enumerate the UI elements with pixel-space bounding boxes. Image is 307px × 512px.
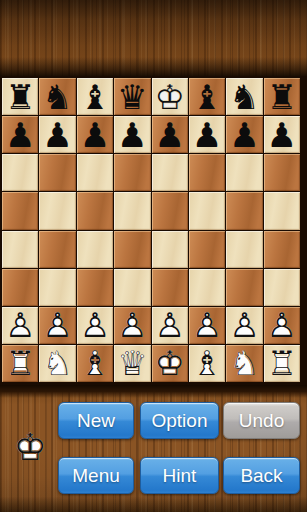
square-a5[interactable] [2, 192, 38, 229]
piece-black-rook: ♜︎ [264, 78, 300, 115]
piece-white-rook-outline: ♖︎ [264, 345, 300, 382]
piece-black-pawn: ♟︎ [189, 116, 225, 153]
piece-black-pawn: ♟︎ [152, 116, 188, 153]
square-e8[interactable]: ♚︎♔︎ [152, 78, 188, 115]
piece-white-knight-outline: ♘︎ [39, 345, 75, 382]
square-a1[interactable]: ♜︎♖︎ [2, 345, 38, 382]
square-g2[interactable]: ♟︎♙︎ [226, 307, 262, 344]
piece-black-pawn: ♟︎ [77, 116, 113, 153]
square-c7[interactable]: ♟︎ [77, 116, 113, 153]
square-d6[interactable] [114, 154, 150, 191]
piece-black-pawn: ♟︎ [226, 116, 262, 153]
square-f8[interactable]: ♝︎ [189, 78, 225, 115]
square-h7[interactable]: ♟︎ [264, 116, 300, 153]
new-button[interactable]: New [58, 402, 134, 439]
square-c4[interactable] [77, 231, 113, 268]
new-button-label: New [77, 410, 115, 432]
piece-black-pawn: ♟︎ [2, 116, 38, 153]
square-d7[interactable]: ♟︎ [114, 116, 150, 153]
square-g4[interactable] [226, 231, 262, 268]
square-f6[interactable] [189, 154, 225, 191]
piece-white-pawn-outline: ♙︎ [189, 307, 225, 344]
piece-black-king-outline: ♔︎ [152, 78, 188, 115]
board-top-shadow [0, 57, 307, 76]
square-f7[interactable]: ♟︎ [189, 116, 225, 153]
square-a4[interactable] [2, 231, 38, 268]
option-button-label: Option [152, 410, 208, 432]
back-button[interactable]: Back [223, 457, 300, 494]
square-f4[interactable] [189, 231, 225, 268]
piece-white-pawn-outline: ♙︎ [77, 307, 113, 344]
square-d5[interactable] [114, 192, 150, 229]
square-g6[interactable] [226, 154, 262, 191]
undo-button[interactable]: Undo [223, 402, 300, 439]
square-h5[interactable] [264, 192, 300, 229]
back-button-label: Back [240, 465, 282, 487]
square-h8[interactable]: ♜︎ [264, 78, 300, 115]
square-f5[interactable] [189, 192, 225, 229]
square-e7[interactable]: ♟︎ [152, 116, 188, 153]
chess-board: ♜︎♞︎♝︎♛︎♚︎♔︎♝︎♞︎♜︎♟︎♟︎♟︎♟︎♟︎♟︎♟︎♟︎♟︎♙︎♟︎… [0, 76, 307, 385]
square-b6[interactable] [39, 154, 75, 191]
square-e6[interactable] [152, 154, 188, 191]
square-g3[interactable] [226, 269, 262, 306]
square-g7[interactable]: ♟︎ [226, 116, 262, 153]
piece-black-bishop: ♝︎ [189, 78, 225, 115]
piece-white-pawn-outline: ♙︎ [264, 307, 300, 344]
hint-button-label: Hint [163, 465, 197, 487]
piece-black-knight: ♞︎ [39, 78, 75, 115]
undo-button-label: Undo [239, 410, 284, 432]
square-d3[interactable] [114, 269, 150, 306]
square-d8[interactable]: ♛︎ [114, 78, 150, 115]
piece-white-rook-outline: ♖︎ [2, 345, 38, 382]
square-f2[interactable]: ♟︎♙︎ [189, 307, 225, 344]
square-g5[interactable] [226, 192, 262, 229]
menu-button[interactable]: Menu [58, 457, 134, 494]
hint-button[interactable]: Hint [140, 457, 219, 494]
square-b3[interactable] [39, 269, 75, 306]
square-b2[interactable]: ♟︎♙︎ [39, 307, 75, 344]
board-bottom-shadow [0, 385, 307, 398]
chess-app-screen: ♜︎♞︎♝︎♛︎♚︎♔︎♝︎♞︎♜︎♟︎♟︎♟︎♟︎♟︎♟︎♟︎♟︎♟︎♙︎♟︎… [0, 0, 307, 512]
menu-button-label: Menu [72, 465, 120, 487]
piece-white-pawn-outline: ♙︎ [114, 307, 150, 344]
square-c2[interactable]: ♟︎♙︎ [77, 307, 113, 344]
piece-white-queen-outline: ♕︎ [114, 345, 150, 382]
piece-white-king-outline: ♔︎ [152, 345, 188, 382]
square-b7[interactable]: ♟︎ [39, 116, 75, 153]
square-e2[interactable]: ♟︎♙︎ [152, 307, 188, 344]
piece-white-pawn-outline: ♙︎ [226, 307, 262, 344]
square-h2[interactable]: ♟︎♙︎ [264, 307, 300, 344]
piece-black-pawn: ♟︎ [39, 116, 75, 153]
square-e3[interactable] [152, 269, 188, 306]
square-a8[interactable]: ♜︎ [2, 78, 38, 115]
piece-black-pawn: ♟︎ [264, 116, 300, 153]
square-f1[interactable]: ♝︎♗︎ [189, 345, 225, 382]
piece-black-bishop: ♝︎ [77, 78, 113, 115]
square-e4[interactable] [152, 231, 188, 268]
square-e5[interactable] [152, 192, 188, 229]
square-b8[interactable]: ♞︎ [39, 78, 75, 115]
option-button[interactable]: Option [140, 402, 219, 439]
square-c3[interactable] [77, 269, 113, 306]
white-king-icon-outline: ♔︎ [10, 426, 50, 468]
piece-white-pawn-outline: ♙︎ [152, 307, 188, 344]
square-a3[interactable] [2, 269, 38, 306]
square-g8[interactable]: ♞︎ [226, 78, 262, 115]
square-d4[interactable] [114, 231, 150, 268]
piece-white-pawn-outline: ♙︎ [2, 307, 38, 344]
square-d1[interactable]: ♛︎♕︎ [114, 345, 150, 382]
square-h6[interactable] [264, 154, 300, 191]
piece-black-pawn: ♟︎ [114, 116, 150, 153]
square-d2[interactable]: ♟︎♙︎ [114, 307, 150, 344]
square-c8[interactable]: ♝︎ [77, 78, 113, 115]
square-c6[interactable] [77, 154, 113, 191]
square-b4[interactable] [39, 231, 75, 268]
square-a2[interactable]: ♟︎♙︎ [2, 307, 38, 344]
square-f3[interactable] [189, 269, 225, 306]
piece-black-rook: ♜︎ [2, 78, 38, 115]
piece-white-bishop-outline: ♗︎ [189, 345, 225, 382]
square-e1[interactable]: ♚︎♔︎ [152, 345, 188, 382]
turn-indicator-white-king: ♚︎ ♔︎ [10, 426, 50, 468]
square-c5[interactable] [77, 192, 113, 229]
piece-white-bishop-outline: ♗︎ [77, 345, 113, 382]
square-a7[interactable]: ♟︎ [2, 116, 38, 153]
piece-white-pawn-outline: ♙︎ [39, 307, 75, 344]
square-h4[interactable] [264, 231, 300, 268]
square-b5[interactable] [39, 192, 75, 229]
piece-black-knight: ♞︎ [226, 78, 262, 115]
square-b1[interactable]: ♞︎♘︎ [39, 345, 75, 382]
piece-white-knight-outline: ♘︎ [226, 345, 262, 382]
piece-black-queen: ♛︎ [114, 78, 150, 115]
square-a6[interactable] [2, 154, 38, 191]
square-c1[interactable]: ♝︎♗︎ [77, 345, 113, 382]
square-g1[interactable]: ♞︎♘︎ [226, 345, 262, 382]
square-h1[interactable]: ♜︎♖︎ [264, 345, 300, 382]
square-h3[interactable] [264, 269, 300, 306]
